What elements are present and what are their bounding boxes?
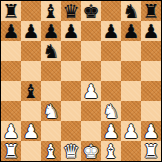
square-g7[interactable]: ♟	[121, 21, 141, 41]
square-g6[interactable]	[121, 41, 141, 61]
square-a8[interactable]: ♜	[1, 1, 21, 21]
white-pawn-e4[interactable]: ♟	[82, 81, 99, 101]
square-c4[interactable]	[41, 81, 61, 101]
chess-board: ♜♝♛♚♞♜♟♟♟♟♟♟♟♞♝♟♞♞♟♟♟♟♟♜♝♛♚♝♜	[1, 1, 161, 161]
white-pawn-h2[interactable]: ♟	[142, 121, 159, 141]
square-a5[interactable]	[1, 61, 21, 81]
black-knight-g8[interactable]: ♞	[122, 1, 139, 21]
square-e4[interactable]: ♟	[81, 81, 101, 101]
white-bishop-f1[interactable]: ♝	[102, 141, 119, 161]
white-pawn-g2[interactable]: ♟	[122, 121, 139, 141]
square-h3[interactable]	[141, 101, 161, 121]
square-d7[interactable]: ♟	[61, 21, 81, 41]
square-b5[interactable]	[21, 61, 41, 81]
square-b1[interactable]	[21, 141, 41, 161]
chess-board-frame: ♜♝♛♚♞♜♟♟♟♟♟♟♟♞♝♟♞♞♟♟♟♟♟♜♝♛♚♝♜	[0, 0, 162, 162]
square-h8[interactable]: ♜	[141, 1, 161, 21]
square-b7[interactable]: ♟	[21, 21, 41, 41]
square-h7[interactable]: ♟	[141, 21, 161, 41]
black-rook-h8[interactable]: ♜	[142, 1, 159, 21]
square-h6[interactable]	[141, 41, 161, 61]
black-pawn-g7[interactable]: ♟	[122, 21, 139, 41]
square-e3[interactable]	[81, 101, 101, 121]
square-c1[interactable]: ♝	[41, 141, 61, 161]
white-rook-h1[interactable]: ♜	[142, 141, 159, 161]
square-d3[interactable]	[61, 101, 81, 121]
square-f7[interactable]: ♟	[101, 21, 121, 41]
square-h1[interactable]: ♜	[141, 141, 161, 161]
square-f6[interactable]	[101, 41, 121, 61]
square-g8[interactable]: ♞	[121, 1, 141, 21]
white-rook-a1[interactable]: ♜	[2, 141, 19, 161]
square-h2[interactable]: ♟	[141, 121, 161, 141]
black-pawn-a7[interactable]: ♟	[2, 21, 19, 41]
black-king-e8[interactable]: ♚	[82, 1, 99, 21]
black-pawn-b7[interactable]: ♟	[22, 21, 39, 41]
black-pawn-h7[interactable]: ♟	[142, 21, 159, 41]
square-d2[interactable]	[61, 121, 81, 141]
square-d8[interactable]: ♛	[61, 1, 81, 21]
square-f8[interactable]	[101, 1, 121, 21]
square-b8[interactable]	[21, 1, 41, 21]
square-d6[interactable]	[61, 41, 81, 61]
square-a2[interactable]: ♟	[1, 121, 21, 141]
white-bishop-c1[interactable]: ♝	[42, 141, 59, 161]
black-pawn-f7[interactable]: ♟	[102, 21, 119, 41]
black-pawn-d7[interactable]: ♟	[62, 21, 79, 41]
square-f1[interactable]: ♝	[101, 141, 121, 161]
white-knight-c3[interactable]: ♞	[42, 101, 59, 121]
black-queen-d8[interactable]: ♛	[62, 1, 79, 21]
square-f4[interactable]	[101, 81, 121, 101]
square-a7[interactable]: ♟	[1, 21, 21, 41]
square-e5[interactable]	[81, 61, 101, 81]
square-g3[interactable]	[121, 101, 141, 121]
square-e6[interactable]	[81, 41, 101, 61]
square-c6[interactable]: ♞	[41, 41, 61, 61]
white-queen-d1[interactable]: ♛	[62, 141, 79, 161]
black-knight-c6[interactable]: ♞	[42, 41, 59, 61]
square-c7[interactable]: ♟	[41, 21, 61, 41]
white-pawn-a2[interactable]: ♟	[2, 121, 19, 141]
square-f3[interactable]: ♞	[101, 101, 121, 121]
square-g4[interactable]	[121, 81, 141, 101]
black-bishop-c8[interactable]: ♝	[42, 1, 59, 21]
square-b3[interactable]	[21, 101, 41, 121]
square-c3[interactable]: ♞	[41, 101, 61, 121]
square-b2[interactable]: ♟	[21, 121, 41, 141]
square-h5[interactable]	[141, 61, 161, 81]
square-e1[interactable]: ♚	[81, 141, 101, 161]
square-c5[interactable]	[41, 61, 61, 81]
square-d1[interactable]: ♛	[61, 141, 81, 161]
black-bishop-b4[interactable]: ♝	[22, 81, 39, 101]
square-h4[interactable]	[141, 81, 161, 101]
square-g5[interactable]	[121, 61, 141, 81]
square-a6[interactable]	[1, 41, 21, 61]
white-knight-f3[interactable]: ♞	[102, 101, 119, 121]
black-rook-a8[interactable]: ♜	[2, 1, 19, 21]
square-a1[interactable]: ♜	[1, 141, 21, 161]
square-d5[interactable]	[61, 61, 81, 81]
white-pawn-f2[interactable]: ♟	[102, 121, 119, 141]
square-e8[interactable]: ♚	[81, 1, 101, 21]
square-f2[interactable]: ♟	[101, 121, 121, 141]
square-b4[interactable]: ♝	[21, 81, 41, 101]
square-g2[interactable]: ♟	[121, 121, 141, 141]
square-d4[interactable]	[61, 81, 81, 101]
black-pawn-c7[interactable]: ♟	[42, 21, 59, 41]
square-f5[interactable]	[101, 61, 121, 81]
square-c2[interactable]	[41, 121, 61, 141]
square-g1[interactable]	[121, 141, 141, 161]
square-e7[interactable]	[81, 21, 101, 41]
white-king-e1[interactable]: ♚	[82, 141, 99, 161]
square-c8[interactable]: ♝	[41, 1, 61, 21]
square-a3[interactable]	[1, 101, 21, 121]
square-a4[interactable]	[1, 81, 21, 101]
white-pawn-b2[interactable]: ♟	[22, 121, 39, 141]
square-b6[interactable]	[21, 41, 41, 61]
square-e2[interactable]	[81, 121, 101, 141]
